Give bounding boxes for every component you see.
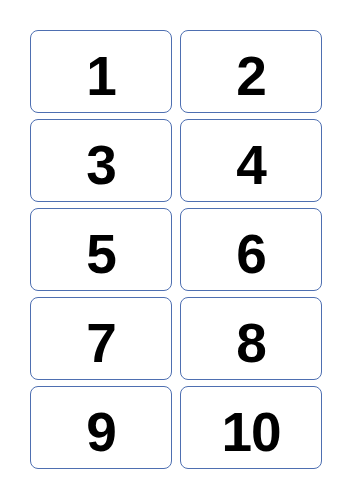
- card-number-label: 5: [86, 227, 116, 282]
- number-card-6[interactable]: 6: [180, 208, 322, 291]
- number-card-2[interactable]: 2: [180, 30, 322, 113]
- number-card-9[interactable]: 9: [30, 386, 172, 469]
- number-card-1[interactable]: 1: [30, 30, 172, 113]
- number-card-5[interactable]: 5: [30, 208, 172, 291]
- number-card-4[interactable]: 4: [180, 119, 322, 202]
- card-number-label: 2: [236, 49, 266, 104]
- card-number-label: 3: [86, 138, 116, 193]
- flashcard-page: 1 2 3 4 5 6 7 8 9 10: [0, 0, 353, 500]
- number-card-7[interactable]: 7: [30, 297, 172, 380]
- card-number-label: 9: [86, 405, 116, 460]
- card-number-label: 10: [221, 405, 280, 460]
- number-card-10[interactable]: 10: [180, 386, 322, 469]
- card-grid: 1 2 3 4 5 6 7 8 9 10: [30, 30, 322, 469]
- number-card-3[interactable]: 3: [30, 119, 172, 202]
- card-number-label: 8: [236, 316, 266, 371]
- number-card-8[interactable]: 8: [180, 297, 322, 380]
- card-number-label: 4: [236, 138, 266, 193]
- card-number-label: 7: [86, 316, 116, 371]
- card-number-label: 1: [86, 49, 116, 104]
- card-number-label: 6: [236, 227, 266, 282]
